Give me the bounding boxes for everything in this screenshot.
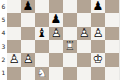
square-g2[interactable]: ♚♔ (91, 53, 105, 66)
white-king-fill: ♚ (91, 53, 105, 66)
square-e5[interactable] (63, 13, 77, 26)
square-h4[interactable] (105, 27, 119, 40)
square-a6[interactable] (7, 0, 21, 13)
rank-label-5: 5 (0, 13, 7, 26)
black-pawn: ♟ (21, 0, 35, 13)
square-c5[interactable] (35, 13, 49, 26)
square-d5[interactable]: ♟ (49, 13, 63, 26)
square-b5[interactable] (21, 13, 35, 26)
square-b4[interactable] (21, 27, 35, 40)
square-h6[interactable] (105, 0, 119, 13)
rank-label-4: 4 (0, 27, 7, 40)
square-b3[interactable] (21, 40, 35, 53)
square-e6[interactable] (63, 0, 77, 13)
white-rook: ♖ (63, 40, 77, 53)
white-pawn-fill: ♟ (49, 27, 63, 40)
chess-diagram: 654321 ♟♟♟♝♟♙♟♙♟♙♜♖♟♙♟♙♚♔♞♘ (0, 0, 120, 80)
rank-label-3: 3 (0, 40, 7, 53)
white-pawn: ♙ (7, 53, 21, 66)
square-e4[interactable] (63, 27, 77, 40)
white-knight-fill: ♞ (35, 67, 49, 80)
white-knight: ♘ (35, 67, 49, 80)
square-h2[interactable] (105, 53, 119, 66)
square-e2[interactable] (63, 53, 77, 66)
rank-label-gutter: 654321 (0, 0, 7, 80)
square-g6[interactable]: ♟ (91, 0, 105, 13)
white-pawn-fill: ♟ (21, 53, 35, 66)
square-d6[interactable] (49, 0, 63, 13)
board-right-border (119, 0, 120, 80)
square-f5[interactable] (77, 13, 91, 26)
square-a3[interactable] (7, 40, 21, 53)
white-pawn: ♙ (91, 27, 105, 40)
black-pawn: ♟ (49, 13, 63, 26)
square-g3[interactable] (91, 40, 105, 53)
square-g4[interactable]: ♟♙ (91, 27, 105, 40)
black-bishop: ♝ (35, 27, 49, 40)
square-d1[interactable] (49, 67, 63, 80)
square-b1[interactable] (21, 67, 35, 80)
white-pawn-fill: ♟ (91, 27, 105, 40)
rank-label-1: 1 (0, 67, 7, 80)
rank-label-2: 2 (0, 53, 7, 66)
square-c2[interactable] (35, 53, 49, 66)
white-rook-fill: ♜ (63, 40, 77, 53)
white-pawn-fill: ♟ (77, 27, 91, 40)
square-g1[interactable] (91, 67, 105, 80)
square-f1[interactable] (77, 67, 91, 80)
square-h5[interactable] (105, 13, 119, 26)
square-a1[interactable] (7, 67, 21, 80)
white-king: ♔ (91, 53, 105, 66)
square-e3[interactable]: ♜♖ (63, 40, 77, 53)
square-f2[interactable] (77, 53, 91, 66)
square-d4[interactable]: ♟♙ (49, 27, 63, 40)
square-b6[interactable]: ♟ (21, 0, 35, 13)
white-pawn: ♙ (21, 53, 35, 66)
square-g5[interactable] (91, 13, 105, 26)
white-pawn: ♙ (49, 27, 63, 40)
square-f4[interactable]: ♟♙ (77, 27, 91, 40)
square-f3[interactable] (77, 40, 91, 53)
square-a4[interactable] (7, 27, 21, 40)
square-c3[interactable] (35, 40, 49, 53)
square-e1[interactable] (63, 67, 77, 80)
square-h1[interactable] (105, 67, 119, 80)
chess-board: ♟♟♟♝♟♙♟♙♟♙♜♖♟♙♟♙♚♔♞♘ (7, 0, 119, 80)
square-d3[interactable] (49, 40, 63, 53)
rank-label-6: 6 (0, 0, 7, 13)
square-d2[interactable] (49, 53, 63, 66)
square-c6[interactable] (35, 0, 49, 13)
square-c4[interactable]: ♝ (35, 27, 49, 40)
square-h3[interactable] (105, 40, 119, 53)
square-c1[interactable]: ♞♘ (35, 67, 49, 80)
square-a5[interactable] (7, 13, 21, 26)
white-pawn-fill: ♟ (7, 53, 21, 66)
black-pawn: ♟ (91, 0, 105, 13)
square-a2[interactable]: ♟♙ (7, 53, 21, 66)
square-b2[interactable]: ♟♙ (21, 53, 35, 66)
white-pawn: ♙ (77, 27, 91, 40)
square-f6[interactable] (77, 0, 91, 13)
